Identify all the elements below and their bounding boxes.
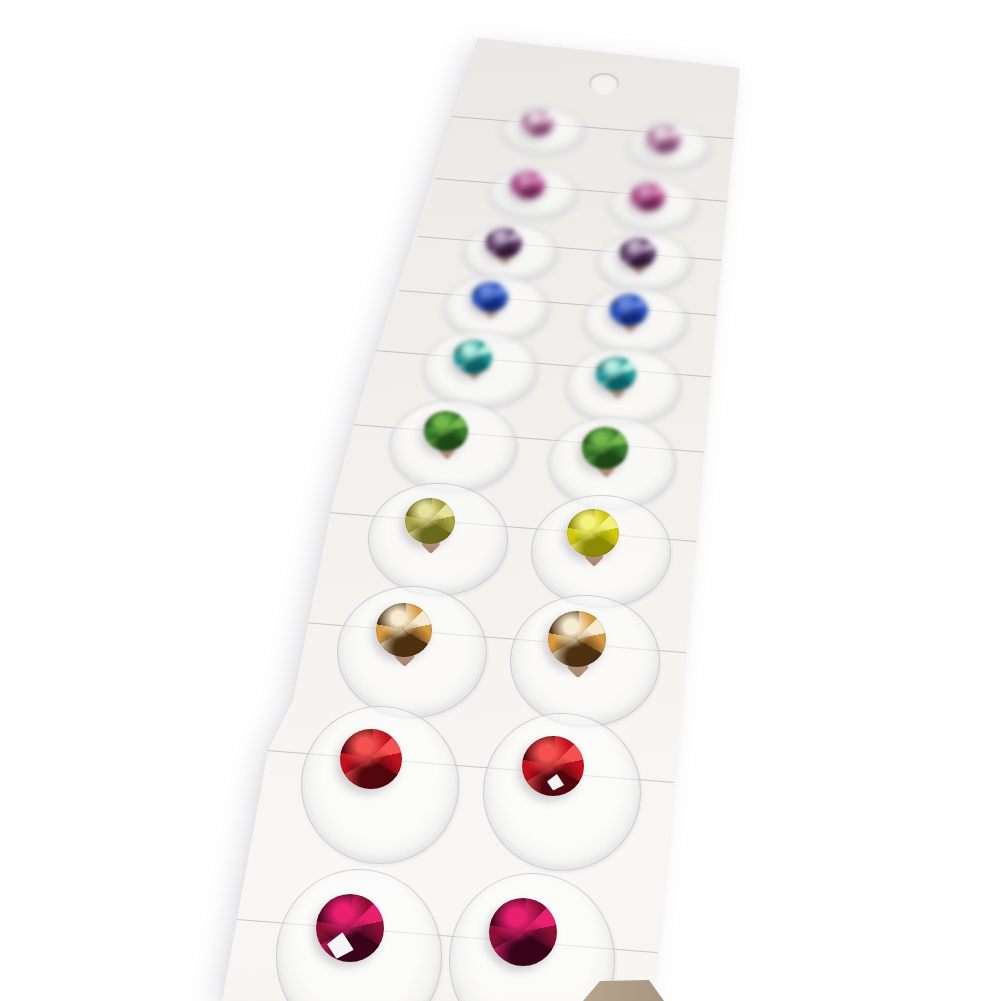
sticker-card: [0, 0, 1001, 1001]
gem-face: [486, 228, 522, 258]
gem-face: [454, 340, 492, 373]
gem-face: [610, 294, 648, 326]
gem-glint: [546, 773, 566, 792]
gem-blue-zircon-left: [454, 340, 492, 373]
gem-rose-right: [647, 125, 681, 152]
gem-siam-left: [340, 729, 402, 789]
gem-face: [522, 736, 584, 796]
gem-face: [548, 611, 606, 666]
gem-siam-right: [522, 736, 584, 796]
rhinestone-card-photo: [0, 0, 1001, 1001]
gem-emerald-right: [582, 427, 628, 468]
gem-peridot-right: [567, 509, 619, 557]
gem-amethyst-right: [620, 238, 656, 268]
gem-face: [620, 238, 656, 268]
gem-face: [316, 894, 384, 962]
hang-hole: [589, 73, 619, 95]
gem-garnet-right: [489, 898, 557, 966]
gem-sapphire-right: [610, 294, 648, 326]
gem-emerald-left: [424, 411, 468, 451]
gem-peridot-left: [405, 498, 455, 544]
gem-face: [582, 427, 628, 468]
gem-rose-left: [522, 110, 554, 136]
gem-fuchsia-right: [631, 183, 665, 210]
gem-face: [340, 729, 402, 789]
gem-face: [376, 603, 432, 656]
gem-face: [405, 498, 455, 544]
gem-face: [511, 171, 545, 198]
gem-garnet-left: [316, 894, 384, 962]
gem-face: [489, 898, 557, 966]
gem-face: [567, 509, 619, 557]
gem-face: [647, 125, 681, 152]
card-shadow-wrap: [0, 0, 1001, 1001]
gem-face: [424, 411, 468, 451]
gem-topaz-left: [376, 603, 432, 656]
gem-face: [596, 357, 636, 392]
gem-face: [522, 110, 554, 136]
gem-face: [472, 282, 508, 313]
gem-amethyst-left: [486, 228, 522, 258]
gem-topaz-right: [548, 611, 606, 666]
gem-blue-zircon-right: [596, 357, 636, 392]
gem-glint: [325, 930, 356, 961]
gem-fuchsia-left: [511, 171, 545, 198]
gem-face: [631, 183, 665, 210]
gem-sapphire-left: [472, 282, 508, 313]
